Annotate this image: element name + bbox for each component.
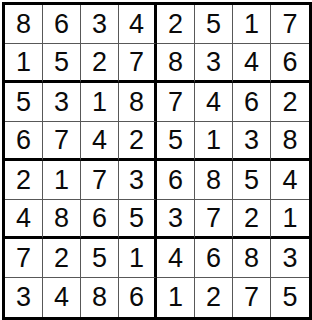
cell-r6c4: 5 [119, 200, 157, 239]
cell-r3c6: 4 [195, 83, 233, 122]
cell-r4c3: 4 [81, 122, 119, 161]
cell-r3c2: 3 [43, 83, 81, 122]
cell-r8c5: 1 [157, 278, 195, 317]
cell-r8c2: 4 [43, 278, 81, 317]
cell-r3c5: 7 [157, 83, 195, 122]
cell-r4c7: 3 [233, 122, 271, 161]
cell-r1c8: 7 [271, 5, 309, 44]
cell-r5c6: 8 [195, 161, 233, 200]
cell-r8c3: 8 [81, 278, 119, 317]
cell-r7c3: 5 [81, 239, 119, 278]
cell-r8c1: 3 [5, 278, 43, 317]
cell-r4c2: 7 [43, 122, 81, 161]
cell-r1c2: 6 [43, 5, 81, 44]
cell-r3c1: 5 [5, 83, 43, 122]
cell-r6c2: 8 [43, 200, 81, 239]
cell-r2c7: 4 [233, 44, 271, 83]
cell-r3c4: 8 [119, 83, 157, 122]
cell-r1c7: 1 [233, 5, 271, 44]
cell-r2c2: 5 [43, 44, 81, 83]
cell-r2c5: 8 [157, 44, 195, 83]
cell-r4c5: 5 [157, 122, 195, 161]
cell-r4c8: 8 [271, 122, 309, 161]
cell-r8c4: 6 [119, 278, 157, 317]
cell-r2c3: 2 [81, 44, 119, 83]
cell-r1c3: 3 [81, 5, 119, 44]
cell-r7c1: 7 [5, 239, 43, 278]
cell-r1c4: 4 [119, 5, 157, 44]
cell-r6c5: 3 [157, 200, 195, 239]
cell-r5c2: 1 [43, 161, 81, 200]
cell-r2c6: 3 [195, 44, 233, 83]
cell-r7c7: 8 [233, 239, 271, 278]
cell-r7c6: 6 [195, 239, 233, 278]
cell-r1c5: 2 [157, 5, 195, 44]
cell-r5c3: 7 [81, 161, 119, 200]
cell-r1c6: 5 [195, 5, 233, 44]
cell-r4c6: 1 [195, 122, 233, 161]
cell-r1c1: 8 [5, 5, 43, 44]
cell-r3c3: 1 [81, 83, 119, 122]
page-background: 8634251715278346531874626742513821736854… [0, 0, 312, 320]
cell-r4c4: 2 [119, 122, 157, 161]
cell-r5c8: 4 [271, 161, 309, 200]
cell-r6c6: 7 [195, 200, 233, 239]
cell-r2c8: 6 [271, 44, 309, 83]
cell-r4c1: 6 [5, 122, 43, 161]
cell-r7c5: 4 [157, 239, 195, 278]
cell-r8c7: 7 [233, 278, 271, 317]
cell-r2c1: 1 [5, 44, 43, 83]
cell-r5c7: 5 [233, 161, 271, 200]
cell-r5c5: 6 [157, 161, 195, 200]
cell-r5c4: 3 [119, 161, 157, 200]
sudoku-board: 8634251715278346531874626742513821736854… [2, 2, 312, 320]
cell-r3c8: 2 [271, 83, 309, 122]
cell-r3c7: 6 [233, 83, 271, 122]
cell-r8c6: 2 [195, 278, 233, 317]
cell-r7c2: 2 [43, 239, 81, 278]
cell-r7c8: 3 [271, 239, 309, 278]
cell-r6c8: 1 [271, 200, 309, 239]
cell-r7c4: 1 [119, 239, 157, 278]
cell-r6c1: 4 [5, 200, 43, 239]
cell-r2c4: 7 [119, 44, 157, 83]
cell-r8c8: 5 [271, 278, 309, 317]
cell-r5c1: 2 [5, 161, 43, 200]
cell-r6c3: 6 [81, 200, 119, 239]
cell-r6c7: 2 [233, 200, 271, 239]
